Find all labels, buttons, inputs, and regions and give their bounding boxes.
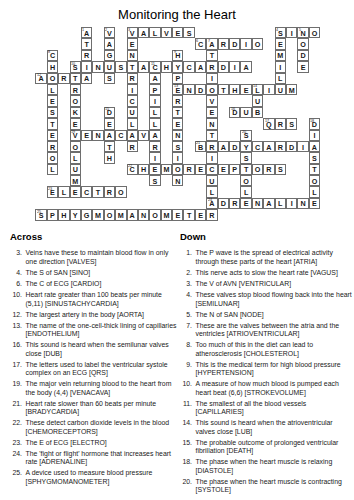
grid-cell[interactable]: L <box>58 186 69 197</box>
grid-cell[interactable]: G <box>104 50 115 61</box>
grid-cell[interactable]: R <box>206 61 217 72</box>
clue-number-label: 4. <box>178 291 192 308</box>
cell-letter: O <box>118 188 124 196</box>
grid-cell[interactable]: M <box>92 209 103 220</box>
grid-cell[interactable]: D <box>229 38 240 49</box>
grid-cell[interactable]: I <box>81 61 92 72</box>
grid-cell[interactable]: R <box>229 198 240 209</box>
cell-letter: B <box>255 108 260 116</box>
grid-cell[interactable]: M <box>275 50 286 61</box>
down-clue-item: 15.The probable outcome of prolonged ven… <box>178 439 352 456</box>
cell-letter: T <box>50 120 54 128</box>
grid-cell[interactable]: U <box>275 84 286 95</box>
cell-clue-number: 15 <box>105 107 109 111</box>
clue-text: The probable outcome of prolonged ventri… <box>196 439 353 456</box>
grid-cell[interactable]: E <box>195 209 206 220</box>
grid-cell[interactable]: I <box>127 84 138 95</box>
grid-cell[interactable]: U <box>104 61 115 72</box>
cell-letter: C <box>209 165 214 173</box>
grid-cell[interactable]: E <box>172 27 183 38</box>
cell-letter: O <box>243 177 249 185</box>
grid-cell[interactable]: E <box>240 198 251 209</box>
grid-cell[interactable]: N <box>127 50 138 61</box>
grid-cell[interactable]: R <box>206 141 217 152</box>
grid-cell[interactable]: A <box>138 27 149 38</box>
cell-clue-number: 2 <box>105 28 107 32</box>
grid-cell[interactable]: Y <box>172 61 183 72</box>
cell-letter: P <box>232 165 237 173</box>
grid-cell[interactable]: I <box>206 152 217 163</box>
grid-cell[interactable]: T <box>206 130 217 141</box>
grid-cell[interactable]: E <box>81 130 92 141</box>
grid-cell[interactable]: M <box>161 209 172 220</box>
grid-cell[interactable]: C6 <box>195 38 206 49</box>
grid-cell[interactable]: T <box>70 73 81 84</box>
grid-cell[interactable]: L <box>309 186 320 197</box>
grid-cell[interactable]: L <box>47 164 58 175</box>
clue-number-label: 4. <box>8 269 22 277</box>
grid-cell[interactable]: A <box>263 198 274 209</box>
cell-letter: O <box>209 86 215 94</box>
clue-number-label: 18. <box>178 458 192 475</box>
grid-cell[interactable]: V3 <box>127 27 138 38</box>
cell-letter: I <box>302 143 304 151</box>
grid-cell[interactable]: A <box>138 61 149 72</box>
grid-cell[interactable]: O <box>309 27 320 38</box>
cell-letter: H <box>141 165 146 173</box>
cell-letter: U <box>107 63 112 71</box>
grid-cell[interactable]: T <box>183 209 194 220</box>
grid-cell[interactable]: N <box>252 198 263 209</box>
grid-cell[interactable]: E <box>275 38 286 49</box>
cell-letter: E <box>244 86 249 94</box>
grid-cell[interactable]: O <box>240 175 251 186</box>
grid-cell[interactable]: N <box>138 209 149 220</box>
grid-cell[interactable]: E <box>172 118 183 129</box>
grid-cell[interactable]: O <box>172 164 183 175</box>
down-clue-item: 1.The P wave is the spread of electrical… <box>178 249 352 266</box>
across-clue-item: 16.This sound is heard when the semiluna… <box>8 341 178 358</box>
grid-cell[interactable]: T <box>218 84 229 95</box>
grid-cell[interactable]: H <box>58 209 69 220</box>
cell-letter: A <box>198 63 203 71</box>
grid-cell[interactable]: S <box>104 73 115 84</box>
grid-cell[interactable]: E <box>218 164 229 175</box>
cell-letter: R <box>73 86 78 94</box>
cell-letter: U <box>130 108 135 116</box>
grid-cell[interactable]: O <box>149 209 160 220</box>
cell-letter: O <box>312 29 318 37</box>
grid-cell[interactable]: D15 <box>104 107 115 118</box>
grid-cell[interactable]: V19 <box>70 130 81 141</box>
grid-cell[interactable]: V <box>206 95 217 106</box>
cell-letter: A <box>141 63 146 71</box>
grid-cell[interactable]: E <box>297 61 308 72</box>
cell-letter: I <box>211 74 213 82</box>
clue-text: The phase when the heart muscle is contr… <box>196 478 353 495</box>
cell-letter: R <box>61 74 66 82</box>
grid-cell[interactable]: T <box>92 186 103 197</box>
grid-cell[interactable]: O <box>309 175 320 186</box>
grid-cell[interactable]: C <box>115 130 126 141</box>
grid-cell[interactable]: U <box>127 107 138 118</box>
grid-cell[interactable]: H <box>229 84 240 95</box>
grid-cell[interactable]: A24 <box>206 198 217 209</box>
grid-cell[interactable]: D <box>297 50 308 61</box>
grid-cell[interactable]: O <box>252 164 263 175</box>
across-clue-item: 12.The largest artery in the body [AORTA… <box>8 311 178 319</box>
grid-cell[interactable]: V2 <box>104 27 115 38</box>
cell-clue-number: 9 <box>174 50 176 54</box>
grid-cell[interactable]: T <box>81 38 92 49</box>
cell-letter: V <box>130 29 135 37</box>
grid-cell[interactable]: E <box>70 186 81 197</box>
grid-cell[interactable]: H <box>161 61 172 72</box>
grid-cell[interactable]: B <box>252 107 263 118</box>
clue-text: The N of SAN [NODE] <box>196 311 353 319</box>
cell-clue-number: 6 <box>196 39 198 43</box>
cell-letter: O <box>50 74 56 82</box>
grid-cell[interactable]: L <box>70 152 81 163</box>
grid-cell[interactable]: H <box>138 164 149 175</box>
cell-letter: I <box>279 63 281 71</box>
grid-cell[interactable]: U <box>70 164 81 175</box>
grid-cell[interactable]: H <box>104 152 115 163</box>
grid-cell[interactable]: E13 <box>172 84 183 95</box>
grid-cell[interactable]: Y <box>240 141 251 152</box>
cell-letter: O <box>50 154 56 162</box>
grid-cell[interactable]: I <box>240 38 251 49</box>
grid-cell[interactable]: S10 <box>70 61 81 72</box>
grid-cell[interactable]: A <box>104 38 115 49</box>
grid-cell[interactable]: E <box>149 164 160 175</box>
cell-letter: L <box>244 188 248 196</box>
grid-cell[interactable]: O <box>70 141 81 152</box>
grid-cell[interactable]: U <box>252 95 263 106</box>
cell-letter: O <box>72 97 78 105</box>
cell-clue-number: 25 <box>37 210 41 214</box>
grid-cell[interactable]: R <box>183 164 194 175</box>
grid-cell[interactable]: R <box>218 38 229 49</box>
cell-letter: K <box>73 108 78 116</box>
grid-cell[interactable]: L <box>47 84 58 95</box>
cell-clue-number: 23 <box>48 187 52 191</box>
grid-cell[interactable]: R <box>206 209 217 220</box>
cell-clue-number: 3 <box>128 28 130 32</box>
grid-cell[interactable]: S <box>286 118 297 129</box>
grid-cell[interactable]: N <box>172 130 183 141</box>
cell-letter: A <box>84 74 89 82</box>
grid-cell[interactable]: T <box>47 118 58 129</box>
grid-cell[interactable]: I <box>275 61 286 72</box>
grid-cell[interactable]: S <box>47 107 58 118</box>
grid-cell[interactable]: H <box>47 61 58 72</box>
grid-cell[interactable]: D <box>195 84 206 95</box>
clue-number-label: 14. <box>178 419 192 436</box>
grid-cell[interactable]: P <box>149 84 160 95</box>
grid-cell[interactable]: L <box>240 186 251 197</box>
across-heading: Across <box>10 231 178 242</box>
grid-cell[interactable]: R <box>47 141 58 152</box>
grid-cell[interactable]: N <box>297 198 308 209</box>
cell-letter: I <box>291 29 293 37</box>
grid-cell[interactable]: O <box>252 38 263 49</box>
grid-cell[interactable]: E <box>70 118 81 129</box>
grid-cell[interactable]: A <box>104 130 115 141</box>
grid-cell[interactable]: I <box>309 130 320 141</box>
grid-cell[interactable]: R <box>127 141 138 152</box>
grid-cell[interactable]: C <box>81 186 92 197</box>
grid-cell[interactable]: E <box>206 107 217 118</box>
grid-cell[interactable]: T <box>127 61 138 72</box>
cell-letter: E <box>210 108 215 116</box>
grid-cell[interactable]: A <box>309 141 320 152</box>
cell-letter: E <box>153 165 158 173</box>
grid-cell[interactable]: S20 <box>240 130 251 141</box>
cell-letter: Y <box>244 143 249 151</box>
cell-letter: A <box>244 63 249 71</box>
grid-cell[interactable]: R <box>58 73 69 84</box>
cell-letter: R <box>130 74 135 82</box>
grid-cell[interactable]: O <box>115 186 126 197</box>
cell-letter: L <box>278 74 282 82</box>
grid-cell[interactable]: O <box>297 38 308 49</box>
grid-cell[interactable]: N <box>92 61 103 72</box>
cell-letter: O <box>107 211 113 219</box>
across-clue-item: 19.The major vein returning blood to the… <box>8 380 178 397</box>
grid-cell[interactable]: E <box>47 130 58 141</box>
cell-letter: E <box>73 188 78 196</box>
cell-letter: S <box>289 120 294 128</box>
grid-cell[interactable]: A <box>81 73 92 84</box>
grid-cell[interactable]: V <box>161 27 172 38</box>
clue-number-label: 10. <box>8 291 22 308</box>
grid-cell[interactable]: R <box>149 141 160 152</box>
cell-letter: A <box>130 131 135 139</box>
grid-cell[interactable]: R <box>275 118 286 129</box>
grid-cell[interactable]: A7 <box>206 38 217 49</box>
grid-cell[interactable]: C <box>252 141 263 152</box>
grid-cell[interactable]: L <box>127 118 138 129</box>
grid-cell[interactable]: D <box>286 141 297 152</box>
clue-number-label: 12. <box>8 311 22 319</box>
clue-number-label: 3. <box>178 280 192 288</box>
clue-text: The major vein returning blood to the he… <box>26 380 179 397</box>
grid-cell[interactable]: N <box>92 130 103 141</box>
grid-cell[interactable]: A <box>127 130 138 141</box>
grid-cell[interactable]: R <box>275 141 286 152</box>
grid-cell[interactable]: G <box>81 209 92 220</box>
grid-cell[interactable]: R <box>104 186 115 197</box>
grid-cell[interactable]: N <box>183 84 194 95</box>
grid-cell[interactable]: I <box>297 141 308 152</box>
clue-number-label: 3. <box>8 249 22 266</box>
grid-cell[interactable]: I <box>286 27 297 38</box>
grid-cell[interactable]: R <box>70 84 81 95</box>
clue-number-label: 22. <box>8 419 22 436</box>
grid-cell[interactable]: L <box>149 107 160 118</box>
clue-text: The smallest of all the blood vessels [C… <box>196 400 353 417</box>
grid-cell[interactable]: L <box>149 27 160 38</box>
cell-letter: A <box>266 199 271 207</box>
grid-cell[interactable]: K <box>70 107 81 118</box>
grid-cell[interactable]: C <box>127 95 138 106</box>
grid-cell[interactable]: O <box>70 95 81 106</box>
grid-cell[interactable]: E <box>172 209 183 220</box>
down-clue-item: 9.This is the medical term for high bloo… <box>178 361 352 378</box>
grid-cell[interactable]: S <box>240 152 251 163</box>
grid-cell[interactable]: O <box>47 152 58 163</box>
grid-cell[interactable]: B21 <box>195 141 206 152</box>
grid-cell[interactable]: V <box>138 130 149 141</box>
grid-cell[interactable]: L <box>206 186 217 197</box>
grid-cell[interactable]: T <box>309 164 320 175</box>
grid-cell[interactable]: I <box>149 152 160 163</box>
grid-cell[interactable]: D <box>229 141 240 152</box>
grid-cell[interactable]: O <box>206 84 217 95</box>
grid-cell[interactable]: I <box>263 84 274 95</box>
grid-cell[interactable]: L <box>275 198 286 209</box>
grid-cell[interactable]: S25 <box>35 209 46 220</box>
cell-clue-number: 7 <box>208 39 210 43</box>
grid-cell[interactable]: C <box>183 61 194 72</box>
clue-text: The name of the one-cell-thick lining of… <box>26 322 179 339</box>
clue-number-label: 8. <box>178 341 192 358</box>
cell-letter: L <box>50 86 54 94</box>
cell-clue-number: 24 <box>208 198 212 202</box>
grid-cell[interactable]: S <box>275 164 286 175</box>
grid-cell[interactable]: A <box>240 61 251 72</box>
grid-cell[interactable]: N5 <box>297 27 308 38</box>
grid-cell[interactable]: C <box>206 164 217 175</box>
cell-letter: N <box>175 177 180 185</box>
grid-cell[interactable]: A1 <box>81 27 92 38</box>
cell-letter: N <box>95 63 100 71</box>
cell-letter: A <box>152 74 157 82</box>
grid-cell[interactable]: M <box>161 164 172 175</box>
grid-cell[interactable]: E <box>240 84 251 95</box>
cell-letter: V <box>141 131 146 139</box>
cell-letter: N <box>175 131 180 139</box>
grid-cell[interactable]: S <box>172 141 183 152</box>
clue-text: A measure of how much blood is pumped ea… <box>196 380 353 397</box>
down-clue-item: 8.Too much of this in the diet can lead … <box>178 341 352 358</box>
grid-cell[interactable]: A <box>127 209 138 220</box>
grid-cell[interactable]: P <box>172 73 183 84</box>
cell-letter: E <box>50 97 55 105</box>
cell-letter: O <box>152 211 158 219</box>
grid-cell[interactable]: R <box>81 50 92 61</box>
cell-letter: C <box>187 63 192 71</box>
grid-cell[interactable]: R <box>172 95 183 106</box>
grid-cell[interactable]: L <box>149 118 160 129</box>
grid-cell[interactable]: P <box>229 164 240 175</box>
grid-cell[interactable]: I <box>172 152 183 163</box>
clue-number-label: 10. <box>178 380 192 397</box>
grid-cell[interactable]: Y <box>70 209 81 220</box>
grid-cell[interactable]: S <box>149 175 160 186</box>
cell-letter: N <box>255 199 260 207</box>
grid-cell[interactable]: I <box>229 61 240 72</box>
grid-cell[interactable]: R <box>127 73 138 84</box>
grid-cell[interactable]: I <box>149 95 160 106</box>
grid-cell[interactable]: O <box>104 209 115 220</box>
grid-cell[interactable]: M <box>70 175 81 186</box>
grid-cell[interactable]: L <box>275 73 286 84</box>
grid-cell[interactable]: P <box>47 209 58 220</box>
cell-letter: E <box>84 131 89 139</box>
grid-cell[interactable]: E <box>127 38 138 49</box>
grid-cell[interactable]: E <box>47 95 58 106</box>
grid-cell[interactable]: S <box>115 61 126 72</box>
grid-cell[interactable]: M <box>115 209 126 220</box>
grid-cell[interactable]: C11 <box>149 61 160 72</box>
down-clue-item: 14.This sound is heard when the atrioven… <box>178 419 352 436</box>
grid-cell[interactable]: E <box>195 164 206 175</box>
grid-cell[interactable]: M <box>286 84 297 95</box>
grid-cell[interactable]: S <box>183 27 194 38</box>
grid-cell[interactable]: R <box>263 164 274 175</box>
grid-cell[interactable]: S <box>309 152 320 163</box>
grid-cell[interactable]: U <box>240 107 251 118</box>
grid-cell[interactable]: C8 <box>47 50 58 61</box>
across-clue-list: 3.Veins have these to maintain blood flo… <box>8 249 178 486</box>
grid-cell[interactable]: I <box>206 73 217 84</box>
grid-cell[interactable]: L14 <box>252 84 263 95</box>
grid-cell[interactable]: A <box>263 141 274 152</box>
grid-cell[interactable]: E23 <box>47 186 58 197</box>
grid-cell[interactable]: H9 <box>172 50 183 61</box>
grid-cell[interactable]: I <box>286 198 297 209</box>
cell-clue-number: 8 <box>48 50 50 54</box>
grid-cell[interactable]: A <box>149 130 160 141</box>
cell-letter: M <box>118 211 124 219</box>
cell-letter: A <box>107 40 112 48</box>
grid-cell[interactable]: T <box>172 107 183 118</box>
grid-cell[interactable]: T <box>240 164 251 175</box>
grid-cell[interactable]: A <box>149 73 160 84</box>
grid-cell[interactable]: N <box>206 118 217 129</box>
cell-letter: O <box>72 143 78 151</box>
grid-cell[interactable]: T <box>206 50 217 61</box>
grid-cell[interactable]: A <box>195 61 206 72</box>
grid-cell[interactable]: S4 <box>275 27 286 38</box>
grid-cell[interactable]: Q17 <box>263 118 274 129</box>
grid-cell[interactable]: D <box>218 198 229 209</box>
clue-number-label: 25. <box>8 469 22 486</box>
grid-cell[interactable]: O <box>47 73 58 84</box>
grid-cell[interactable]: E <box>309 198 320 209</box>
grid-cell[interactable]: N <box>172 175 183 186</box>
grid-cell[interactable]: A12 <box>35 73 46 84</box>
grid-cell[interactable]: E <box>104 118 115 129</box>
grid-cell[interactable]: D <box>218 61 229 72</box>
cell-letter: I <box>131 86 133 94</box>
cell-letter: R <box>50 143 55 151</box>
cell-letter: I <box>234 63 236 71</box>
grid-cell[interactable]: A <box>218 141 229 152</box>
cell-letter: V <box>210 97 215 105</box>
grid-cell[interactable]: D18 <box>309 118 320 129</box>
grid-cell[interactable]: T <box>104 141 115 152</box>
crossword-worksheet: Monitoring the Heart A1V2V3ALVESS4IN5OTA… <box>0 0 354 500</box>
grid-cell[interactable]: D16 <box>229 107 240 118</box>
cell-letter: R <box>107 188 112 196</box>
clue-number-label: 11. <box>178 400 192 417</box>
grid-cell[interactable]: C22 <box>127 164 138 175</box>
cell-letter: T <box>176 108 180 116</box>
grid-cell[interactable]: U <box>206 175 217 186</box>
